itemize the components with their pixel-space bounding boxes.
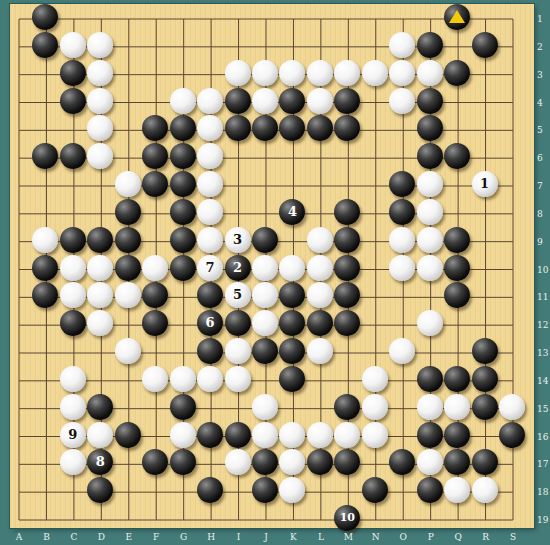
black-stone-I12	[225, 310, 251, 336]
bottom-coord-letter-H: H	[201, 531, 221, 543]
black-stone-O8	[389, 199, 415, 225]
right-coord-number-19: 19	[535, 514, 550, 526]
white-stone-C2	[60, 32, 86, 58]
black-stone-I10: 2	[225, 255, 251, 281]
white-stone-C16: 9	[60, 422, 86, 448]
go-board[interactable]: 14372569810	[10, 4, 534, 528]
move-number-label: 6	[197, 310, 223, 336]
move-number-label: 8	[87, 449, 113, 475]
right-coord-number-1: 1	[535, 13, 550, 25]
black-stone-P16	[417, 422, 443, 448]
black-stone-K8: 4	[279, 199, 305, 225]
black-stone-C6	[60, 143, 86, 169]
black-stone-I4	[225, 88, 251, 114]
right-coord-number-11: 11	[535, 291, 550, 303]
right-coord-number-9: 9	[535, 236, 550, 248]
bottom-coord-letter-B: B	[36, 531, 56, 543]
move-number-label: 5	[225, 282, 251, 308]
white-stone-B9	[32, 227, 58, 253]
white-stone-P3	[417, 60, 443, 86]
white-stone-M3	[334, 60, 360, 86]
bottom-coord-letter-D: D	[91, 531, 111, 543]
white-stone-L3	[307, 60, 333, 86]
white-stone-F14	[142, 366, 168, 392]
white-stone-H9	[197, 227, 223, 253]
black-stone-P6	[417, 143, 443, 169]
white-stone-D4	[87, 88, 113, 114]
white-stone-I11: 5	[225, 282, 251, 308]
white-stone-I17	[225, 449, 251, 475]
white-stone-C14	[60, 366, 86, 392]
black-stone-G17	[170, 449, 196, 475]
bottom-coord-letter-O: O	[393, 531, 413, 543]
white-stone-P8	[417, 199, 443, 225]
black-stone-B10	[32, 255, 58, 281]
white-stone-J3	[252, 60, 278, 86]
black-stone-Q1	[444, 4, 470, 30]
black-stone-M10	[334, 255, 360, 281]
bottom-coord-letter-R: R	[476, 531, 496, 543]
white-stone-P10	[417, 255, 443, 281]
white-stone-I9: 3	[225, 227, 251, 253]
right-coord-number-14: 14	[535, 375, 550, 387]
black-stone-N18	[362, 477, 388, 503]
move-number-label: 1	[472, 171, 498, 197]
white-stone-K16	[279, 422, 305, 448]
bottom-coord-letter-S: S	[503, 531, 523, 543]
bottom-coord-letter-N: N	[366, 531, 386, 543]
black-stone-R17	[472, 449, 498, 475]
white-stone-M16	[334, 422, 360, 448]
black-stone-R14	[472, 366, 498, 392]
black-stone-D9	[87, 227, 113, 253]
white-stone-Q15	[444, 394, 470, 420]
right-coord-number-6: 6	[535, 152, 550, 164]
white-stone-O3	[389, 60, 415, 86]
white-stone-J4	[252, 88, 278, 114]
white-stone-H10: 7	[197, 255, 223, 281]
right-coord-number-12: 12	[535, 319, 550, 331]
right-coord-number-16: 16	[535, 431, 550, 443]
black-stone-M9	[334, 227, 360, 253]
white-stone-H14	[197, 366, 223, 392]
white-stone-N15	[362, 394, 388, 420]
black-stone-G7	[170, 171, 196, 197]
black-stone-D15	[87, 394, 113, 420]
white-stone-H7	[197, 171, 223, 197]
black-stone-P14	[417, 366, 443, 392]
black-stone-Q14	[444, 366, 470, 392]
move-number-label: 2	[225, 255, 251, 281]
black-stone-P2	[417, 32, 443, 58]
white-stone-I13	[225, 338, 251, 364]
white-stone-L9	[307, 227, 333, 253]
black-stone-G6	[170, 143, 196, 169]
black-stone-Q10	[444, 255, 470, 281]
move-number-label: 3	[225, 227, 251, 253]
black-stone-M19: 10	[334, 505, 360, 531]
bottom-coord-letter-J: J	[256, 531, 276, 543]
white-stone-L13	[307, 338, 333, 364]
white-stone-N14	[362, 366, 388, 392]
bottom-coord-letter-E: E	[119, 531, 139, 543]
triangle-marker-icon	[449, 10, 465, 23]
white-stone-P12	[417, 310, 443, 336]
black-stone-H12: 6	[197, 310, 223, 336]
white-stone-O9	[389, 227, 415, 253]
white-stone-J15	[252, 394, 278, 420]
bottom-coord-letter-L: L	[311, 531, 331, 543]
bottom-coord-letter-I: I	[229, 531, 249, 543]
black-stone-S16	[499, 422, 525, 448]
white-stone-P7	[417, 171, 443, 197]
black-stone-Q9	[444, 227, 470, 253]
black-stone-I16	[225, 422, 251, 448]
white-stone-H8	[197, 199, 223, 225]
bottom-coord-letter-G: G	[174, 531, 194, 543]
bottom-coord-letter-A: A	[9, 531, 29, 543]
white-stone-D3	[87, 60, 113, 86]
bottom-coord-letter-F: F	[146, 531, 166, 543]
white-stone-C15	[60, 394, 86, 420]
white-stone-L16	[307, 422, 333, 448]
white-stone-O2	[389, 32, 415, 58]
black-stone-D17: 8	[87, 449, 113, 475]
right-coord-number-3: 3	[535, 69, 550, 81]
white-stone-G4	[170, 88, 196, 114]
white-stone-K10	[279, 255, 305, 281]
white-stone-K3	[279, 60, 305, 86]
bottom-coord-letter-C: C	[64, 531, 84, 543]
black-stone-I5	[225, 115, 251, 141]
bottom-coord-letter-K: K	[283, 531, 303, 543]
white-stone-E11	[115, 282, 141, 308]
black-stone-M15	[334, 394, 360, 420]
right-coord-number-17: 17	[535, 458, 550, 470]
black-stone-M8	[334, 199, 360, 225]
move-number-label: 9	[60, 422, 86, 448]
right-coord-number-7: 7	[535, 180, 550, 192]
white-stone-R18	[472, 477, 498, 503]
black-stone-G15	[170, 394, 196, 420]
white-stone-F10	[142, 255, 168, 281]
black-stone-G5	[170, 115, 196, 141]
white-stone-P15	[417, 394, 443, 420]
right-coord-number-2: 2	[535, 41, 550, 53]
white-stone-D16	[87, 422, 113, 448]
black-stone-Q3	[444, 60, 470, 86]
black-stone-C3	[60, 60, 86, 86]
white-stone-N16	[362, 422, 388, 448]
move-number-label: 10	[334, 505, 360, 531]
white-stone-E7	[115, 171, 141, 197]
white-stone-L10	[307, 255, 333, 281]
white-stone-O10	[389, 255, 415, 281]
white-stone-O4	[389, 88, 415, 114]
black-stone-E8	[115, 199, 141, 225]
white-stone-D10	[87, 255, 113, 281]
white-stone-G14	[170, 366, 196, 392]
white-stone-D2	[87, 32, 113, 58]
black-stone-H16	[197, 422, 223, 448]
black-stone-G9	[170, 227, 196, 253]
white-stone-I3	[225, 60, 251, 86]
black-stone-J13	[252, 338, 278, 364]
white-stone-H4	[197, 88, 223, 114]
white-stone-L4	[307, 88, 333, 114]
go-app-window: 14372569810 ABCDEFGHIJKLMNOPQRS123456789…	[0, 0, 550, 545]
white-stone-J16	[252, 422, 278, 448]
black-stone-J9	[252, 227, 278, 253]
black-stone-E9	[115, 227, 141, 253]
black-stone-C12	[60, 310, 86, 336]
black-stone-G10	[170, 255, 196, 281]
right-coord-number-10: 10	[535, 264, 550, 276]
move-number-label: 7	[197, 255, 223, 281]
black-stone-Q16	[444, 422, 470, 448]
black-stone-C9	[60, 227, 86, 253]
white-stone-J12	[252, 310, 278, 336]
right-coord-number-18: 18	[535, 486, 550, 498]
bottom-coord-letter-M: M	[338, 531, 358, 543]
black-stone-E10	[115, 255, 141, 281]
black-stone-C4	[60, 88, 86, 114]
right-coord-number-8: 8	[535, 208, 550, 220]
black-stone-P4	[417, 88, 443, 114]
right-coord-number-13: 13	[535, 347, 550, 359]
right-coord-number-15: 15	[535, 403, 550, 415]
white-stone-I14	[225, 366, 251, 392]
black-stone-R15	[472, 394, 498, 420]
white-stone-N3	[362, 60, 388, 86]
white-stone-R7: 1	[472, 171, 498, 197]
black-stone-J18	[252, 477, 278, 503]
white-stone-E13	[115, 338, 141, 364]
black-stone-K4	[279, 88, 305, 114]
white-stone-J10	[252, 255, 278, 281]
black-stone-P18	[417, 477, 443, 503]
bottom-coord-letter-Q: Q	[448, 531, 468, 543]
black-stone-E16	[115, 422, 141, 448]
move-number-label: 4	[279, 199, 305, 225]
right-coord-number-4: 4	[535, 97, 550, 109]
white-stone-P9	[417, 227, 443, 253]
black-stone-R2	[472, 32, 498, 58]
right-coord-number-5: 5	[535, 124, 550, 136]
black-stone-P5	[417, 115, 443, 141]
white-stone-G16	[170, 422, 196, 448]
white-stone-S15	[499, 394, 525, 420]
black-stone-L12	[307, 310, 333, 336]
black-stone-H13	[197, 338, 223, 364]
black-stone-R13	[472, 338, 498, 364]
black-stone-M4	[334, 88, 360, 114]
white-stone-C10	[60, 255, 86, 281]
white-stone-P17	[417, 449, 443, 475]
black-stone-G8	[170, 199, 196, 225]
bottom-coord-letter-P: P	[421, 531, 441, 543]
